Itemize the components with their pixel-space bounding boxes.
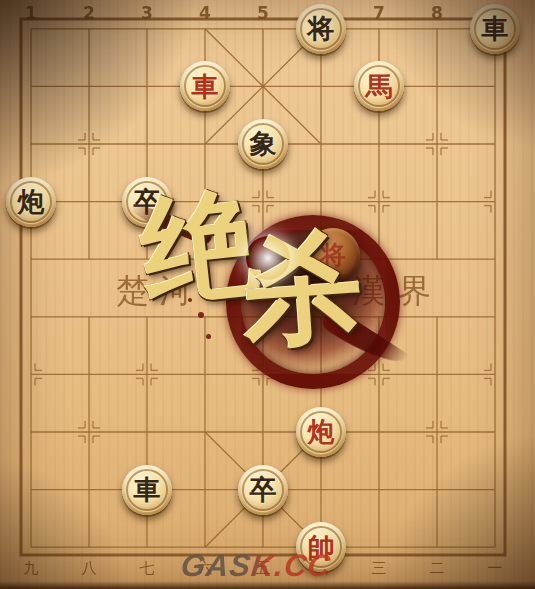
piece-char: 象 <box>250 130 277 157</box>
piece-red-horse[interactable]: 馬 <box>354 61 404 111</box>
piece-black-general[interactable]: 将 <box>296 4 346 54</box>
piece-black-pawn-a[interactable]: 卒 <box>122 177 172 227</box>
piece-red-chariot[interactable]: 車 <box>180 61 230 111</box>
piece-black-elephant[interactable]: 象 <box>238 119 288 169</box>
piece-char: 卒 <box>134 188 161 215</box>
piece-black-cannon[interactable]: 炮 <box>6 177 56 227</box>
piece-char: 炮 <box>308 418 335 445</box>
piece-red-cannon[interactable]: 炮 <box>296 407 346 457</box>
piece-char: 卒 <box>250 476 277 503</box>
piece-char: 車 <box>192 73 219 100</box>
xiangqi-board[interactable]: 楚河 漢界 将車車馬象炮卒炮車卒帥 将 绝 杀 GASK.CC 12345678… <box>0 0 535 589</box>
board-grid[interactable]: 将車車馬象炮卒炮車卒帥 <box>2 0 524 576</box>
piece-black-pawn-b[interactable]: 卒 <box>238 465 288 515</box>
piece-char: 車 <box>134 476 161 503</box>
piece-char: 炮 <box>18 188 45 215</box>
piece-black-chariot-a[interactable]: 車 <box>470 4 520 54</box>
piece-char: 車 <box>482 15 509 42</box>
site-watermark: GASK.CC <box>179 548 333 584</box>
piece-char: 将 <box>308 15 335 42</box>
piece-black-chariot-b[interactable]: 車 <box>122 465 172 515</box>
piece-char: 馬 <box>366 73 393 100</box>
